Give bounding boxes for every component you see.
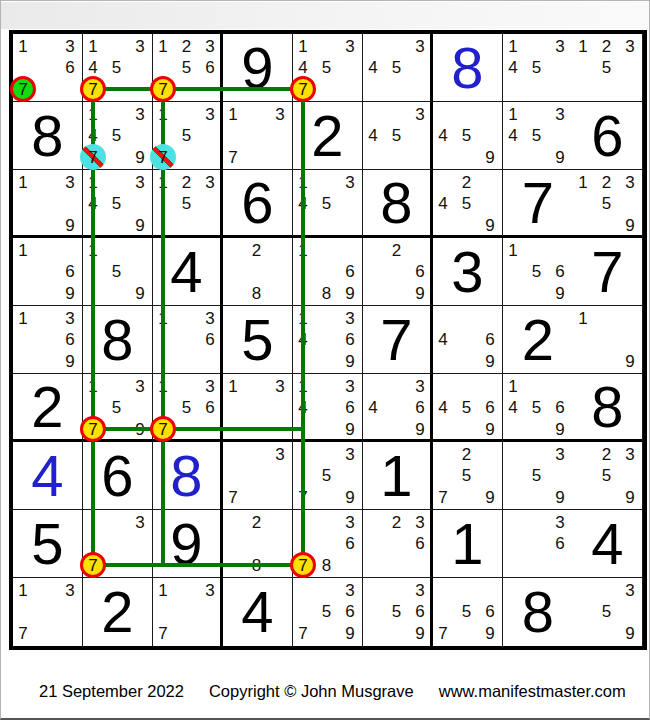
given-digit: 7 [363, 306, 430, 373]
yellow-circle-candidate-7: 7 [290, 76, 316, 102]
candidate-9: 9 [57, 348, 83, 374]
cell-r4c2[interactable]: 159 [83, 238, 153, 306]
cell-r5c7[interactable]: 469 [433, 306, 503, 374]
candidate-9: 9 [407, 416, 433, 442]
candidate-1: 1 [220, 373, 246, 399]
cell-r6c8[interactable]: 14569 [503, 374, 573, 442]
cell-r1c2[interactable]: 13457 [83, 34, 153, 102]
cell-r7c4[interactable]: 37 [223, 442, 293, 510]
candidate-5: 5 [174, 123, 200, 149]
cell-r3c6[interactable]: 8 [363, 170, 433, 238]
candidate-1: 1 [150, 169, 176, 195]
candidate-7: 7 [290, 620, 316, 646]
cell-r1c7[interactable]: 8 [433, 34, 503, 102]
candidate-5: 5 [454, 463, 480, 489]
given-digit: 8 [573, 374, 642, 439]
cell-r1c3[interactable]: 123567 [153, 34, 223, 102]
cell-r4c3[interactable]: 4 [153, 238, 223, 306]
cell-r8c4[interactable]: 28 [223, 510, 293, 578]
cell-r9c6[interactable]: 3569 [363, 578, 433, 646]
solver-digit: 4 [13, 442, 82, 509]
cyan-cross-candidate-7: 7 [150, 144, 176, 170]
candidate-5: 5 [524, 463, 550, 489]
cell-r9c5[interactable]: 35679 [293, 578, 363, 646]
given-digit: 2 [83, 578, 152, 646]
candidate-3: 3 [267, 101, 293, 127]
candidate-9: 9 [407, 280, 433, 306]
candidate-5: 5 [384, 123, 410, 149]
given-digit: 2 [13, 374, 82, 439]
candidate-5: 5 [524, 55, 550, 81]
candidate-3: 3 [617, 441, 643, 467]
cell-r6c9[interactable]: 8 [573, 374, 643, 442]
candidate-5: 5 [454, 191, 480, 217]
candidate-9: 9 [337, 416, 363, 442]
candidate-5: 5 [104, 259, 130, 285]
candidate-5: 5 [174, 191, 200, 217]
candidate-8: 8 [314, 280, 340, 306]
cell-r5c1[interactable]: 1369 [13, 306, 83, 374]
candidate-6: 6 [407, 531, 433, 557]
candidate-9: 9 [547, 416, 573, 442]
candidate-9: 9 [617, 212, 643, 238]
given-digit: 4 [223, 578, 292, 646]
yellow-circle-candidate-7: 7 [80, 76, 106, 102]
cell-r9c3[interactable]: 137 [153, 578, 223, 646]
candidate-5: 5 [174, 395, 200, 421]
candidate-3: 3 [617, 577, 643, 603]
given-digit: 3 [433, 238, 502, 305]
cell-r9c7[interactable]: 5679 [433, 578, 503, 646]
candidate-4: 4 [360, 123, 386, 149]
candidate-5: 5 [314, 599, 340, 625]
candidate-5: 5 [384, 599, 410, 625]
yellow-circle-candidate-7: 7 [150, 76, 176, 102]
candidate-9: 9 [337, 348, 363, 374]
candidate-5: 5 [524, 123, 550, 149]
candidate-5: 5 [104, 395, 130, 421]
given-digit: 9 [153, 510, 220, 577]
given-digit: 1 [433, 510, 502, 577]
cell-r8c2[interactable]: 37 [83, 510, 153, 578]
given-digit: 7 [573, 238, 642, 305]
candidate-1: 1 [10, 33, 36, 59]
candidate-5: 5 [174, 55, 200, 81]
candidate-5: 5 [524, 259, 550, 285]
footer: 21 September 2022 Copyright © John Musgr… [39, 681, 626, 701]
candidate-5: 5 [524, 395, 550, 421]
given-digit: 9 [223, 34, 292, 101]
cell-r5c9[interactable]: 19 [573, 306, 643, 374]
cell-r3c3[interactable]: 1235 [153, 170, 223, 238]
cell-r6c6[interactable]: 3469 [363, 374, 433, 442]
candidate-3: 3 [197, 577, 223, 603]
candidate-9: 9 [477, 212, 503, 238]
candidate-2: 2 [244, 237, 270, 263]
candidate-1: 1 [500, 237, 526, 263]
candidate-3: 3 [617, 33, 643, 59]
candidate-1: 1 [150, 101, 176, 127]
cyan-cross-candidate-7: 7 [80, 144, 106, 170]
cell-r3c4[interactable]: 6 [223, 170, 293, 238]
candidate-1: 1 [150, 33, 176, 59]
candidate-4: 4 [430, 327, 456, 353]
page: 1367134571235679134573458134512358134579… [0, 0, 650, 720]
given-digit: 1 [363, 442, 430, 509]
candidate-5: 5 [594, 191, 620, 217]
candidate-9: 9 [477, 416, 503, 442]
cell-r7c7[interactable]: 2579 [433, 442, 503, 510]
candidate-9: 9 [477, 348, 503, 374]
cell-r1c4[interactable]: 9 [223, 34, 293, 102]
given-digit: 6 [573, 102, 642, 169]
candidate-3: 3 [407, 101, 433, 127]
candidate-4: 4 [430, 191, 456, 217]
cell-r8c7[interactable]: 1 [433, 510, 503, 578]
cell-r9c4[interactable]: 4 [223, 578, 293, 646]
candidate-1: 1 [220, 101, 246, 127]
cell-r8c8[interactable]: 36 [503, 510, 573, 578]
given-digit: 4 [573, 510, 642, 577]
candidate-5: 5 [314, 463, 340, 489]
candidate-5: 5 [384, 55, 410, 81]
candidate-1: 1 [150, 373, 176, 399]
candidate-7: 7 [430, 620, 456, 646]
candidate-9: 9 [337, 484, 363, 510]
candidate-1: 1 [290, 237, 316, 263]
cell-r4c1[interactable]: 169 [13, 238, 83, 306]
candidate-4: 4 [500, 123, 526, 149]
candidate-6: 6 [197, 327, 223, 353]
cell-r6c2[interactable]: 13579 [83, 374, 153, 442]
footer-date: 21 September 2022 [39, 682, 184, 701]
cell-r5c5[interactable]: 13469 [293, 306, 363, 374]
cell-r9c2[interactable]: 2 [83, 578, 153, 646]
candidate-9: 9 [477, 484, 503, 510]
candidate-6: 6 [337, 531, 363, 557]
candidate-1: 1 [80, 237, 106, 263]
candidate-2: 2 [384, 509, 410, 535]
cell-r1c6[interactable]: 345 [363, 34, 433, 102]
candidate-5: 5 [454, 395, 480, 421]
candidate-9: 9 [547, 280, 573, 306]
candidate-9: 9 [477, 144, 503, 170]
candidate-1: 1 [150, 305, 176, 331]
candidate-8: 8 [244, 552, 270, 578]
candidate-9: 9 [337, 620, 363, 646]
cell-r5c8[interactable]: 2 [503, 306, 573, 374]
candidate-1: 1 [10, 577, 36, 603]
cell-r2c8[interactable]: 13459 [503, 102, 573, 170]
candidate-3: 3 [337, 33, 363, 59]
window-top-band [1, 2, 649, 29]
solver-digit: 8 [153, 442, 220, 509]
yellow-circle-candidate-7: 7 [290, 552, 316, 578]
yellow-circle-candidate-7: 7 [80, 552, 106, 578]
cell-r9c8[interactable]: 8 [503, 578, 573, 646]
cell-r7c9[interactable]: 2359 [573, 442, 643, 510]
candidate-4: 4 [290, 395, 316, 421]
candidate-3: 3 [197, 169, 223, 195]
candidate-1: 1 [570, 169, 596, 195]
given-digit: 8 [503, 578, 573, 646]
cell-r7c6[interactable]: 1 [363, 442, 433, 510]
candidate-3: 3 [267, 441, 293, 467]
cell-r6c5[interactable]: 13469 [293, 374, 363, 442]
candidate-9: 9 [617, 348, 643, 374]
candidate-3: 3 [337, 441, 363, 467]
candidate-1: 1 [80, 373, 106, 399]
candidate-4: 4 [360, 55, 386, 81]
candidate-9: 9 [337, 280, 363, 306]
cell-r4c4[interactable]: 28 [223, 238, 293, 306]
cell-r4c6[interactable]: 269 [363, 238, 433, 306]
given-digit: 8 [13, 102, 82, 169]
candidate-6: 6 [197, 395, 223, 421]
candidate-3: 3 [617, 169, 643, 195]
candidate-9: 9 [57, 280, 83, 306]
cell-r6c4[interactable]: 13 [223, 374, 293, 442]
candidate-4: 4 [430, 395, 456, 421]
candidate-7: 7 [220, 484, 246, 510]
cell-r1c5[interactable]: 13457 [293, 34, 363, 102]
given-digit: 8 [83, 306, 152, 373]
candidate-5: 5 [454, 599, 480, 625]
candidate-9: 9 [617, 620, 643, 646]
given-digit: 2 [503, 306, 573, 373]
cell-r7c5[interactable]: 3579 [293, 442, 363, 510]
candidate-1: 1 [10, 305, 36, 331]
candidate-9: 9 [127, 212, 153, 238]
candidate-2: 2 [384, 237, 410, 263]
cell-r2c5[interactable]: 2 [293, 102, 363, 170]
candidate-9: 9 [477, 620, 503, 646]
cell-r3c2[interactable]: 13459 [83, 170, 153, 238]
given-digit: 8 [363, 170, 430, 235]
candidate-4: 4 [80, 191, 106, 217]
given-digit: 6 [223, 170, 292, 235]
candidate-4: 4 [290, 327, 316, 353]
candidate-6: 6 [547, 531, 573, 557]
candidate-8: 8 [244, 280, 270, 306]
candidate-4: 4 [290, 191, 316, 217]
candidate-1: 1 [10, 237, 36, 263]
candidate-7: 7 [430, 484, 456, 510]
cell-r2c3[interactable]: 1357 [153, 102, 223, 170]
candidate-5: 5 [594, 599, 620, 625]
cell-r8c5[interactable]: 3678 [293, 510, 363, 578]
footer-copyright: Copyright © John Musgrave [209, 682, 414, 701]
cell-r6c7[interactable]: 4569 [433, 374, 503, 442]
cell-r9c1[interactable]: 137 [13, 578, 83, 646]
cell-r7c2[interactable]: 6 [83, 442, 153, 510]
candidate-1: 1 [10, 169, 36, 195]
given-digit: 5 [223, 306, 292, 373]
yellow-circle-candidate-7: 7 [80, 416, 106, 442]
candidate-9: 9 [127, 280, 153, 306]
cell-r6c1[interactable]: 2 [13, 374, 83, 442]
green-circle-candidate-7: 7 [10, 76, 36, 102]
solver-digit: 8 [433, 34, 502, 101]
candidate-7: 7 [220, 144, 246, 170]
cell-r2c9[interactable]: 6 [573, 102, 643, 170]
candidate-8: 8 [314, 552, 340, 578]
cell-r4c5[interactable]: 1689 [293, 238, 363, 306]
candidate-9: 9 [547, 144, 573, 170]
candidate-2: 2 [244, 509, 270, 535]
given-digit: 2 [293, 102, 362, 169]
cell-r7c1[interactable]: 4 [13, 442, 83, 510]
candidate-7: 7 [290, 484, 316, 510]
cell-r8c1[interactable]: 5 [13, 510, 83, 578]
cell-r1c9[interactable]: 1235 [573, 34, 643, 102]
candidate-3: 3 [57, 577, 83, 603]
candidate-9: 9 [617, 484, 643, 510]
candidate-4: 4 [430, 123, 456, 149]
cell-r5c6[interactable]: 7 [363, 306, 433, 374]
yellow-circle-candidate-7: 7 [150, 416, 176, 442]
cell-r7c8[interactable]: 359 [503, 442, 573, 510]
cell-r6c3[interactable]: 13567 [153, 374, 223, 442]
candidate-5: 5 [594, 55, 620, 81]
candidate-3: 3 [127, 509, 153, 535]
cell-r9c9[interactable]: 359 [573, 578, 643, 646]
cell-r3c5[interactable]: 1345 [293, 170, 363, 238]
candidate-9: 9 [547, 484, 573, 510]
candidate-3: 3 [337, 169, 363, 195]
candidate-7: 7 [150, 620, 176, 646]
cell-r2c2[interactable]: 134579 [83, 102, 153, 170]
given-digit: 7 [503, 170, 573, 235]
candidate-3: 3 [407, 33, 433, 59]
cell-r3c7[interactable]: 2459 [433, 170, 503, 238]
candidate-5: 5 [314, 191, 340, 217]
candidate-5: 5 [104, 191, 130, 217]
cell-r5c4[interactable]: 5 [223, 306, 293, 374]
cell-r8c9[interactable]: 4 [573, 510, 643, 578]
given-digit: 5 [13, 510, 82, 577]
cell-r3c8[interactable]: 7 [503, 170, 573, 238]
cell-r5c2[interactable]: 8 [83, 306, 153, 374]
candidate-1: 1 [570, 305, 596, 331]
sudoku-board: 1367134571235679134573458134512358134579… [9, 30, 647, 650]
cell-r4c8[interactable]: 1569 [503, 238, 573, 306]
candidate-5: 5 [314, 55, 340, 81]
candidate-3: 3 [547, 101, 573, 127]
cell-r2c1[interactable]: 8 [13, 102, 83, 170]
cell-r5c3[interactable]: 136 [153, 306, 223, 374]
candidate-4: 4 [500, 395, 526, 421]
given-digit: 4 [153, 238, 220, 305]
cell-r4c9[interactable]: 7 [573, 238, 643, 306]
cell-r3c1[interactable]: 139 [13, 170, 83, 238]
cell-r3c9[interactable]: 12359 [573, 170, 643, 238]
candidate-4: 4 [500, 55, 526, 81]
candidate-3: 3 [547, 441, 573, 467]
cell-r2c7[interactable]: 459 [433, 102, 503, 170]
cell-r1c8[interactable]: 1345 [503, 34, 573, 102]
candidate-1: 1 [570, 33, 596, 59]
cell-r7c3[interactable]: 8 [153, 442, 223, 510]
cell-r4c7[interactable]: 3 [433, 238, 503, 306]
cell-r8c6[interactable]: 236 [363, 510, 433, 578]
footer-website: www.manifestmaster.com [439, 682, 626, 701]
given-digit: 6 [83, 442, 152, 509]
cell-r8c3[interactable]: 9 [153, 510, 223, 578]
candidate-7: 7 [10, 620, 36, 646]
candidate-6: 6 [197, 55, 223, 81]
candidate-5: 5 [104, 55, 130, 81]
candidate-1: 1 [150, 577, 176, 603]
candidate-5: 5 [104, 123, 130, 149]
candidate-5: 5 [454, 123, 480, 149]
candidate-4: 4 [360, 395, 386, 421]
cell-r2c4[interactable]: 137 [223, 102, 293, 170]
candidate-5: 5 [594, 463, 620, 489]
cell-r2c6[interactable]: 345 [363, 102, 433, 170]
candidate-9: 9 [57, 212, 83, 238]
cell-r1c1[interactable]: 1367 [13, 34, 83, 102]
